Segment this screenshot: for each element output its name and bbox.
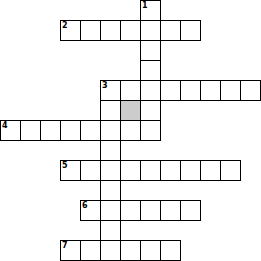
grid-cell[interactable]	[100, 160, 121, 181]
grid-cell[interactable]	[160, 160, 181, 181]
grid-cell[interactable]	[140, 120, 161, 141]
grid-cell[interactable]	[140, 40, 161, 61]
grid-cell[interactable]	[0, 120, 21, 141]
grid-cell[interactable]	[100, 240, 121, 261]
grid-cell[interactable]	[60, 20, 81, 41]
grid-cell[interactable]	[220, 160, 241, 181]
grid-cell[interactable]	[20, 120, 41, 141]
grid-cell[interactable]	[120, 80, 141, 101]
grid-cell[interactable]	[140, 0, 161, 21]
grid-cell[interactable]	[160, 20, 181, 41]
grid-cell[interactable]	[180, 160, 201, 181]
grid-cell[interactable]	[60, 240, 81, 261]
grid-cell[interactable]	[80, 120, 101, 141]
grid-cell[interactable]	[80, 200, 101, 221]
grid-cell[interactable]	[220, 80, 241, 101]
grid-cell[interactable]	[100, 80, 121, 101]
grid-cell[interactable]	[200, 80, 221, 101]
grid-cell[interactable]	[100, 100, 121, 121]
grid-cell[interactable]	[240, 80, 261, 101]
grid-cell[interactable]	[80, 20, 101, 41]
grid-cell[interactable]	[120, 200, 141, 221]
grid-cell[interactable]	[120, 120, 141, 141]
grid-cell[interactable]	[100, 200, 121, 221]
grid-cell[interactable]	[180, 20, 201, 41]
grid-cell[interactable]	[60, 120, 81, 141]
grid-cell[interactable]	[60, 160, 81, 181]
grid-cell[interactable]	[180, 200, 201, 221]
grid-cell[interactable]	[160, 80, 181, 101]
grid-cell[interactable]	[100, 20, 121, 41]
grid-cell[interactable]	[80, 240, 101, 261]
highlighted-cell[interactable]	[120, 100, 141, 121]
grid-cell[interactable]	[140, 20, 161, 41]
grid-cell[interactable]	[140, 80, 161, 101]
crossword-grid: 1234567	[0, 0, 261, 261]
grid-cell[interactable]	[80, 160, 101, 181]
grid-cell[interactable]	[100, 180, 121, 201]
grid-cell[interactable]	[120, 160, 141, 181]
grid-cell[interactable]	[120, 20, 141, 41]
grid-cell[interactable]	[120, 240, 141, 261]
grid-cell[interactable]	[140, 60, 161, 81]
grid-cell[interactable]	[140, 100, 161, 121]
grid-cell[interactable]	[180, 80, 201, 101]
grid-cell[interactable]	[160, 200, 181, 221]
grid-cell[interactable]	[100, 140, 121, 161]
grid-cell[interactable]	[140, 160, 161, 181]
grid-cell[interactable]	[40, 120, 61, 141]
grid-cell[interactable]	[200, 160, 221, 181]
grid-cell[interactable]	[140, 240, 161, 261]
grid-cell[interactable]	[100, 220, 121, 241]
grid-cell[interactable]	[140, 200, 161, 221]
grid-cell[interactable]	[160, 240, 181, 261]
grid-cell[interactable]	[100, 120, 121, 141]
